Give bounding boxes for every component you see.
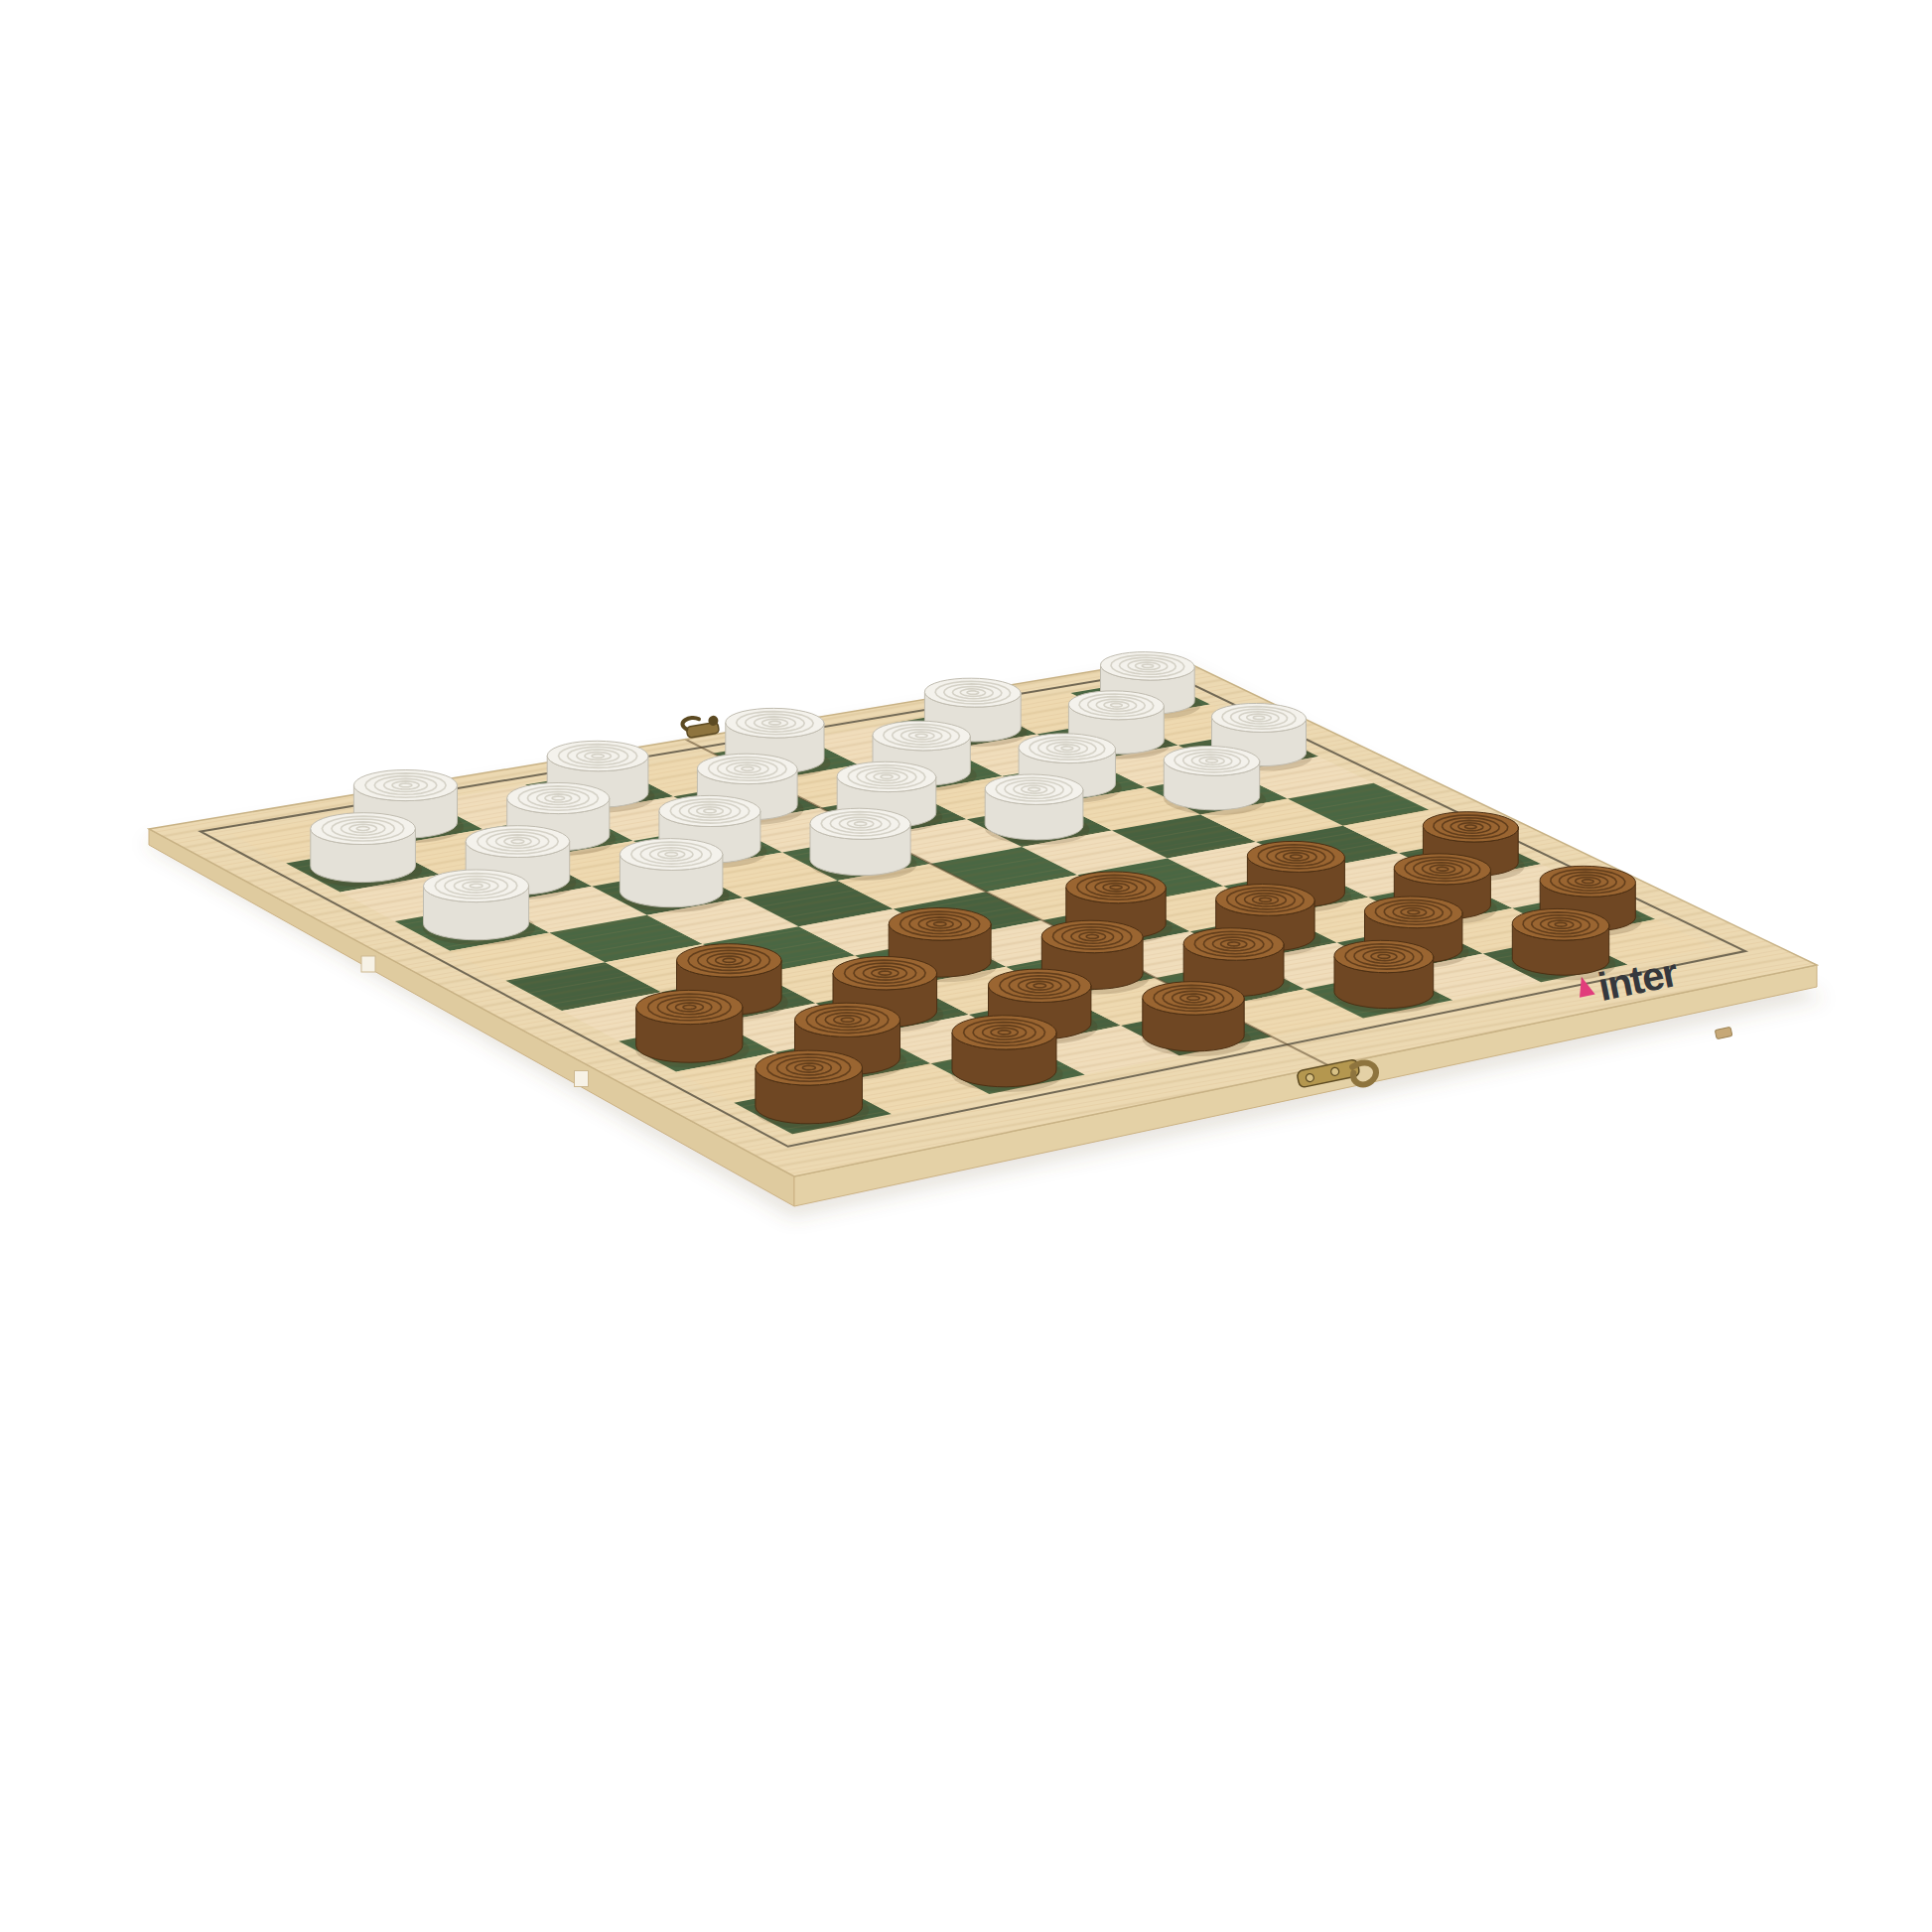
white-disc-3-8 xyxy=(1164,747,1266,815)
dark-disc-9-6 xyxy=(1334,940,1441,1013)
white-disc-1-0 xyxy=(310,813,422,888)
dark-disc-7-0 xyxy=(635,990,750,1067)
product-photo: inter xyxy=(0,0,1932,1932)
dark-disc-9-0 xyxy=(755,1050,869,1129)
dark-disc-9-4 xyxy=(1142,982,1251,1056)
white-disc-3-6 xyxy=(985,774,1090,845)
white-disc-3-2 xyxy=(620,839,730,912)
board-foot xyxy=(1715,1027,1732,1038)
white-disc-3-0 xyxy=(423,870,536,945)
draughts-board-svg: inter xyxy=(0,0,1932,1932)
dark-disc-9-2 xyxy=(951,1016,1062,1092)
hinge-notch-0 xyxy=(361,956,375,972)
dark-disc-9-8 xyxy=(1512,908,1615,980)
hinge-notch-1 xyxy=(575,1071,589,1087)
white-disc-3-4 xyxy=(810,808,917,881)
